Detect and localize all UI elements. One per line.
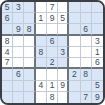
cell-r3c8[interactable]: 6 — [81, 24, 92, 35]
cell-r4c2[interactable] — [13, 36, 24, 47]
cell-r3c9[interactable] — [92, 24, 103, 35]
cell-r5c9[interactable]: 1 — [92, 47, 103, 58]
cell-r4c4[interactable] — [36, 36, 47, 47]
cell-r4c5[interactable]: 6 — [47, 36, 58, 47]
cell-r2c4[interactable]: 1 — [36, 13, 47, 24]
cell-r2c5[interactable]: 9 — [47, 13, 58, 24]
cell-r6c8[interactable] — [81, 58, 92, 69]
cell-r3c5[interactable] — [47, 24, 58, 35]
cell-r9c9[interactable]: 9 — [92, 92, 103, 103]
cell-r6c7[interactable] — [69, 58, 80, 69]
cell-r7c9[interactable] — [92, 69, 103, 80]
cell-r6c9[interactable]: 6 — [92, 58, 103, 69]
cell-r1c7[interactable] — [69, 2, 80, 13]
cell-r4c3[interactable] — [24, 36, 35, 47]
cell-r5c1[interactable]: 4 — [2, 47, 13, 58]
cell-r8c6[interactable]: 9 — [58, 81, 69, 92]
cell-r3c3[interactable]: 8 — [24, 24, 35, 35]
cell-r8c2[interactable] — [13, 81, 24, 92]
cell-r6c3[interactable] — [24, 58, 35, 69]
cell-r3c7[interactable] — [69, 24, 80, 35]
cell-r8c9[interactable]: 5 — [92, 81, 103, 92]
cell-r5c3[interactable] — [24, 47, 35, 58]
cell-r6c1[interactable]: 7 — [2, 58, 13, 69]
cell-r9c2[interactable] — [13, 92, 24, 103]
cell-r4c9[interactable]: 3 — [92, 36, 103, 47]
cell-r2c6[interactable]: 5 — [58, 13, 69, 24]
cell-r1c5[interactable]: 7 — [47, 2, 58, 13]
cell-r4c1[interactable]: 8 — [2, 36, 13, 47]
cell-r4c6[interactable] — [58, 36, 69, 47]
cell-r9c3[interactable] — [24, 92, 35, 103]
cell-r3c2[interactable]: 9 — [13, 24, 24, 35]
cell-r5c5[interactable] — [47, 47, 58, 58]
cell-r2c3[interactable] — [24, 13, 35, 24]
cell-r8c8[interactable] — [81, 81, 92, 92]
cell-r3c4[interactable] — [36, 24, 47, 35]
cell-r8c4[interactable]: 4 — [36, 81, 47, 92]
cell-r7c1[interactable] — [2, 69, 13, 80]
cell-r3c1[interactable] — [2, 24, 13, 35]
cell-r5c8[interactable] — [81, 47, 92, 58]
cell-r8c1[interactable] — [2, 81, 13, 92]
cell-r2c9[interactable] — [92, 13, 103, 24]
cell-r3c6[interactable] — [58, 24, 69, 35]
cell-r7c5[interactable] — [47, 69, 58, 80]
cell-r5c7[interactable] — [69, 47, 80, 58]
cell-r7c8[interactable]: 8 — [81, 69, 92, 80]
cell-r1c6[interactable] — [58, 2, 69, 13]
cell-r9c7[interactable] — [69, 92, 80, 103]
cell-r1c3[interactable] — [24, 2, 35, 13]
cell-r8c5[interactable]: 1 — [47, 81, 58, 92]
cell-r1c9[interactable] — [92, 2, 103, 13]
cell-r1c4[interactable] — [36, 2, 47, 13]
sudoku-board: 537619598686348317266284195879 — [0, 0, 105, 105]
cell-r9c1[interactable] — [2, 92, 13, 103]
cell-r2c2[interactable] — [13, 13, 24, 24]
cell-r6c5[interactable]: 2 — [47, 58, 58, 69]
cell-r9c8[interactable]: 7 — [81, 92, 92, 103]
cell-r1c8[interactable] — [81, 2, 92, 13]
cell-r2c1[interactable]: 6 — [2, 13, 13, 24]
cell-r7c4[interactable] — [36, 69, 47, 80]
cell-r8c3[interactable] — [24, 81, 35, 92]
cell-r4c8[interactable] — [81, 36, 92, 47]
cell-r4c7[interactable] — [69, 36, 80, 47]
cell-r9c5[interactable]: 8 — [47, 92, 58, 103]
cell-r5c2[interactable] — [13, 47, 24, 58]
cell-r1c1[interactable]: 5 — [2, 2, 13, 13]
cell-r6c4[interactable] — [36, 58, 47, 69]
cell-r5c4[interactable]: 8 — [36, 47, 47, 58]
cell-r9c6[interactable] — [58, 92, 69, 103]
cell-r7c7[interactable]: 2 — [69, 69, 80, 80]
cell-r7c3[interactable] — [24, 69, 35, 80]
cell-r5c6[interactable]: 3 — [58, 47, 69, 58]
cell-r2c7[interactable] — [69, 13, 80, 24]
cell-r6c2[interactable] — [13, 58, 24, 69]
cell-r6c6[interactable] — [58, 58, 69, 69]
cell-r1c2[interactable]: 3 — [13, 2, 24, 13]
cell-r7c2[interactable]: 6 — [13, 69, 24, 80]
cell-r9c4[interactable] — [36, 92, 47, 103]
cell-r8c7[interactable] — [69, 81, 80, 92]
cell-r7c6[interactable] — [58, 69, 69, 80]
cell-r2c8[interactable] — [81, 13, 92, 24]
